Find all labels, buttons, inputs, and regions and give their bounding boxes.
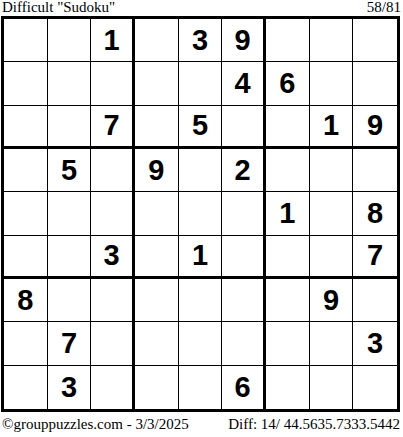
cell-r2c3[interactable] bbox=[91, 62, 135, 105]
cell-r9c9[interactable] bbox=[353, 366, 397, 409]
cell-r6c8[interactable] bbox=[310, 236, 354, 279]
cell-r6c3[interactable]: 3 bbox=[91, 236, 135, 279]
copyright-text: ©grouppuzzles.com - 3/3/2025 bbox=[2, 417, 189, 432]
cell-r8c8[interactable] bbox=[310, 322, 354, 365]
cell-r7c4[interactable] bbox=[135, 279, 179, 322]
cell-r3c3[interactable]: 7 bbox=[91, 106, 135, 149]
cell-r6c5[interactable]: 1 bbox=[179, 236, 223, 279]
cell-r8c6[interactable] bbox=[222, 322, 266, 365]
cell-r9c6[interactable]: 6 bbox=[222, 366, 266, 409]
cell-r2c1[interactable] bbox=[4, 62, 48, 105]
cell-r3c4[interactable] bbox=[135, 106, 179, 149]
cell-r7c5[interactable] bbox=[179, 279, 223, 322]
cell-r4c9[interactable] bbox=[353, 149, 397, 192]
cell-r2c7[interactable]: 6 bbox=[266, 62, 310, 105]
difficulty-text: Diff: 14/ 44.5635.7333.5442 bbox=[228, 417, 400, 432]
cell-r9c3[interactable] bbox=[91, 366, 135, 409]
cell-r7c6[interactable] bbox=[222, 279, 266, 322]
cell-r3c1[interactable] bbox=[4, 106, 48, 149]
cell-r8c9[interactable]: 3 bbox=[353, 322, 397, 365]
cell-r5c2[interactable] bbox=[48, 192, 92, 235]
cell-r7c3[interactable] bbox=[91, 279, 135, 322]
cell-r3c6[interactable] bbox=[222, 106, 266, 149]
cell-r1c8[interactable] bbox=[310, 19, 354, 62]
cell-r7c9[interactable] bbox=[353, 279, 397, 322]
puzzle-counter: 58/81 bbox=[367, 0, 401, 15]
cell-r1c2[interactable] bbox=[48, 19, 92, 62]
cell-r9c2[interactable]: 3 bbox=[48, 366, 92, 409]
cell-r5c1[interactable] bbox=[4, 192, 48, 235]
cell-r9c1[interactable] bbox=[4, 366, 48, 409]
cell-r1c9[interactable] bbox=[353, 19, 397, 62]
cell-r4c3[interactable] bbox=[91, 149, 135, 192]
cell-r9c5[interactable] bbox=[179, 366, 223, 409]
cell-r5c7[interactable]: 1 bbox=[266, 192, 310, 235]
cell-r8c4[interactable] bbox=[135, 322, 179, 365]
cell-r1c3[interactable]: 1 bbox=[91, 19, 135, 62]
page-header: Difficult "Sudoku" 58/81 bbox=[0, 0, 403, 16]
cell-r4c5[interactable] bbox=[179, 149, 223, 192]
cell-r3c5[interactable]: 5 bbox=[179, 106, 223, 149]
cell-r4c2[interactable]: 5 bbox=[48, 149, 92, 192]
cell-r1c6[interactable]: 9 bbox=[222, 19, 266, 62]
cell-r8c3[interactable] bbox=[91, 322, 135, 365]
cell-r1c5[interactable]: 3 bbox=[179, 19, 223, 62]
cell-r6c9[interactable]: 7 bbox=[353, 236, 397, 279]
cell-r3c9[interactable]: 9 bbox=[353, 106, 397, 149]
cell-r8c2[interactable]: 7 bbox=[48, 322, 92, 365]
cell-r7c2[interactable] bbox=[48, 279, 92, 322]
cell-r6c1[interactable] bbox=[4, 236, 48, 279]
cell-r8c5[interactable] bbox=[179, 322, 223, 365]
cell-r8c7[interactable] bbox=[266, 322, 310, 365]
cell-r9c4[interactable] bbox=[135, 366, 179, 409]
sudoku-board: 13946751959218317897336 bbox=[1, 16, 400, 412]
cell-r9c7[interactable] bbox=[266, 366, 310, 409]
cell-r1c1[interactable] bbox=[4, 19, 48, 62]
cell-r5c4[interactable] bbox=[135, 192, 179, 235]
cell-r5c5[interactable] bbox=[179, 192, 223, 235]
cell-r5c8[interactable] bbox=[310, 192, 354, 235]
puzzle-title: Difficult "Sudoku" bbox=[2, 0, 115, 15]
cell-r4c6[interactable]: 2 bbox=[222, 149, 266, 192]
page-footer: ©grouppuzzles.com - 3/3/2025 Diff: 14/ 4… bbox=[0, 412, 403, 437]
cell-r3c2[interactable] bbox=[48, 106, 92, 149]
cell-r1c7[interactable] bbox=[266, 19, 310, 62]
cell-r3c7[interactable] bbox=[266, 106, 310, 149]
cell-r1c4[interactable] bbox=[135, 19, 179, 62]
cell-r7c8[interactable]: 9 bbox=[310, 279, 354, 322]
cell-r7c1[interactable]: 8 bbox=[4, 279, 48, 322]
cell-r5c9[interactable]: 8 bbox=[353, 192, 397, 235]
cell-r4c1[interactable] bbox=[4, 149, 48, 192]
cell-r2c8[interactable] bbox=[310, 62, 354, 105]
cell-r2c2[interactable] bbox=[48, 62, 92, 105]
cell-r2c9[interactable] bbox=[353, 62, 397, 105]
cell-r6c2[interactable] bbox=[48, 236, 92, 279]
cell-r3c8[interactable]: 1 bbox=[310, 106, 354, 149]
cell-r4c4[interactable]: 9 bbox=[135, 149, 179, 192]
cell-r4c7[interactable] bbox=[266, 149, 310, 192]
cell-r2c4[interactable] bbox=[135, 62, 179, 105]
cell-r6c4[interactable] bbox=[135, 236, 179, 279]
cell-r2c5[interactable] bbox=[179, 62, 223, 105]
cell-r9c8[interactable] bbox=[310, 366, 354, 409]
cell-r8c1[interactable] bbox=[4, 322, 48, 365]
cell-r5c6[interactable] bbox=[222, 192, 266, 235]
cell-r7c7[interactable] bbox=[266, 279, 310, 322]
cell-r6c6[interactable] bbox=[222, 236, 266, 279]
cell-r4c8[interactable] bbox=[310, 149, 354, 192]
cell-r2c6[interactable]: 4 bbox=[222, 62, 266, 105]
cell-r5c3[interactable] bbox=[91, 192, 135, 235]
cell-r6c7[interactable] bbox=[266, 236, 310, 279]
